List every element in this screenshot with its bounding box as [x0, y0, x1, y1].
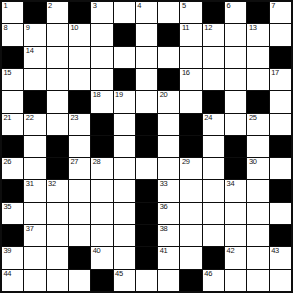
- cell-r5c2[interactable]: [47, 114, 68, 135]
- block-r12c8: [180, 270, 201, 291]
- clue-number-12: 12: [204, 24, 212, 32]
- block-r0c9: [203, 2, 224, 23]
- cell-r12c0[interactable]: 44: [2, 270, 23, 291]
- cell-r0c7[interactable]: [158, 2, 179, 23]
- cell-r4c10[interactable]: [225, 91, 246, 112]
- cell-r10c5[interactable]: [114, 225, 135, 246]
- cell-r3c4[interactable]: [91, 69, 112, 90]
- cell-r12c2[interactable]: [47, 270, 68, 291]
- clue-number-40: 40: [93, 247, 101, 255]
- cell-r7c11[interactable]: 30: [247, 158, 268, 179]
- clue-number-27: 27: [70, 158, 78, 166]
- clue-number-36: 36: [160, 203, 168, 211]
- block-r4c3: [69, 91, 90, 112]
- block-r0c3: [69, 2, 90, 23]
- clue-number-7: 7: [271, 2, 275, 10]
- cell-r4c8[interactable]: [180, 91, 201, 112]
- clue-number-39: 39: [4, 247, 12, 255]
- block-r6c6: [136, 136, 157, 157]
- cell-r2c5[interactable]: [114, 47, 135, 68]
- block-r8c12: [270, 180, 291, 201]
- cell-r0c4[interactable]: 3: [91, 2, 112, 23]
- block-r4c9: [203, 91, 224, 112]
- cell-r1c12[interactable]: [270, 24, 291, 45]
- cell-r7c9[interactable]: [203, 158, 224, 179]
- cell-r11c5[interactable]: [114, 247, 135, 268]
- block-r11c6: [136, 247, 157, 268]
- block-r6c8: [180, 136, 201, 157]
- cell-r4c5[interactable]: 19: [114, 91, 135, 112]
- cell-r2c2[interactable]: [47, 47, 68, 68]
- cell-r8c2[interactable]: 32: [47, 180, 68, 201]
- cell-r4c12[interactable]: [270, 91, 291, 112]
- block-r0c11: [247, 2, 268, 23]
- cell-r9c3[interactable]: [69, 203, 90, 224]
- clue-number-14: 14: [26, 47, 34, 55]
- cell-r11c8[interactable]: [180, 247, 201, 268]
- cell-r3c3[interactable]: [69, 69, 90, 90]
- cell-r3c9[interactable]: [203, 69, 224, 90]
- cell-r1c11[interactable]: 13: [247, 24, 268, 45]
- cell-r10c8[interactable]: [180, 225, 201, 246]
- cell-r1c8[interactable]: 11: [180, 24, 201, 45]
- cell-r0c0[interactable]: 1: [2, 2, 23, 23]
- cell-r6c11[interactable]: [247, 136, 268, 157]
- clue-number-38: 38: [160, 225, 168, 233]
- cell-r12c1[interactable]: [24, 270, 45, 291]
- cell-r1c0[interactable]: 8: [2, 24, 23, 45]
- cell-r3c1[interactable]: [24, 69, 45, 90]
- cell-r9c2[interactable]: [47, 203, 68, 224]
- clue-number-17: 17: [271, 69, 279, 77]
- clue-number-24: 24: [204, 114, 212, 122]
- cell-r11c11[interactable]: [247, 247, 268, 268]
- cell-r8c8[interactable]: [180, 180, 201, 201]
- clue-number-33: 33: [160, 180, 168, 188]
- cell-r7c12[interactable]: [270, 158, 291, 179]
- cell-r2c8[interactable]: [180, 47, 201, 68]
- cell-r11c4[interactable]: 40: [91, 247, 112, 268]
- cell-r7c4[interactable]: 28: [91, 158, 112, 179]
- block-r9c6: [136, 203, 157, 224]
- clue-number-42: 42: [227, 247, 235, 255]
- cell-r8c10[interactable]: 34: [225, 180, 246, 201]
- cell-r9c11[interactable]: [247, 203, 268, 224]
- clue-number-34: 34: [227, 180, 235, 188]
- cell-r2c1[interactable]: 14: [24, 47, 45, 68]
- cell-r2c9[interactable]: [203, 47, 224, 68]
- cell-r11c1[interactable]: [24, 247, 45, 268]
- block-r3c5: [114, 69, 135, 90]
- clue-number-45: 45: [115, 270, 123, 278]
- block-r6c12: [270, 136, 291, 157]
- cell-r10c7[interactable]: 38: [158, 225, 179, 246]
- cell-r1c10[interactable]: [225, 24, 246, 45]
- crossword-puzzle: 1234567891011121314151617181920212223242…: [0, 0, 293, 293]
- cell-r10c2[interactable]: [47, 225, 68, 246]
- cell-r8c4[interactable]: [91, 180, 112, 201]
- clue-number-30: 30: [249, 158, 257, 166]
- block-r2c12: [270, 47, 291, 68]
- clue-number-19: 19: [115, 91, 123, 99]
- clue-number-2: 2: [48, 2, 52, 10]
- cell-r11c10[interactable]: 42: [225, 247, 246, 268]
- cell-r7c7[interactable]: [158, 158, 179, 179]
- cell-r4c4[interactable]: 18: [91, 91, 112, 112]
- clue-number-44: 44: [4, 270, 12, 278]
- cell-r10c11[interactable]: [247, 225, 268, 246]
- cell-r8c9[interactable]: [203, 180, 224, 201]
- clue-number-18: 18: [93, 91, 101, 99]
- clue-number-1: 1: [4, 2, 8, 10]
- cell-r10c1[interactable]: 37: [24, 225, 45, 246]
- cell-r10c3[interactable]: [69, 225, 90, 246]
- block-r6c10: [225, 136, 246, 157]
- cell-r12c9[interactable]: 46: [203, 270, 224, 291]
- cell-r4c7[interactable]: 20: [158, 91, 179, 112]
- clue-number-35: 35: [4, 203, 12, 211]
- cell-r0c10[interactable]: 6: [225, 2, 246, 23]
- clue-number-4: 4: [137, 2, 141, 10]
- cell-r9c10[interactable]: [225, 203, 246, 224]
- clue-number-25: 25: [249, 114, 257, 122]
- block-r8c0: [2, 180, 23, 201]
- block-r4c1: [24, 91, 45, 112]
- cell-r6c5[interactable]: [114, 136, 135, 157]
- clue-number-13: 13: [249, 24, 257, 32]
- cell-r8c3[interactable]: [69, 180, 90, 201]
- cell-r5c9[interactable]: 24: [203, 114, 224, 135]
- block-r6c0: [2, 136, 23, 157]
- clue-number-5: 5: [182, 2, 186, 10]
- cell-r7c6[interactable]: [136, 158, 157, 179]
- cell-r9c12[interactable]: [270, 203, 291, 224]
- cell-r5c3[interactable]: 23: [69, 114, 90, 135]
- cell-r5c7[interactable]: [158, 114, 179, 135]
- cell-r8c7[interactable]: 33: [158, 180, 179, 201]
- cell-r9c5[interactable]: [114, 203, 135, 224]
- clue-number-15: 15: [4, 69, 12, 77]
- clue-number-31: 31: [26, 180, 34, 188]
- cell-r6c1[interactable]: [24, 136, 45, 157]
- cell-r10c4[interactable]: [91, 225, 112, 246]
- cell-r9c8[interactable]: [180, 203, 201, 224]
- cell-r5c10[interactable]: [225, 114, 246, 135]
- cell-r1c2[interactable]: [47, 24, 68, 45]
- clue-number-22: 22: [26, 114, 34, 122]
- clue-number-6: 6: [227, 2, 231, 10]
- cell-r1c3[interactable]: 10: [69, 24, 90, 45]
- clue-number-20: 20: [160, 91, 168, 99]
- cell-r2c10[interactable]: [225, 47, 246, 68]
- block-r6c4: [91, 136, 112, 157]
- cell-r6c3[interactable]: [69, 136, 90, 157]
- cell-r5c12[interactable]: [270, 114, 291, 135]
- clue-number-3: 3: [93, 2, 97, 10]
- cell-r3c11[interactable]: [247, 69, 268, 90]
- block-r10c0: [2, 225, 23, 246]
- clue-number-46: 46: [204, 270, 212, 278]
- cell-r3c2[interactable]: [47, 69, 68, 90]
- cell-r9c7[interactable]: 36: [158, 203, 179, 224]
- cell-r7c3[interactable]: 27: [69, 158, 90, 179]
- cell-r2c6[interactable]: [136, 47, 157, 68]
- clue-number-11: 11: [182, 24, 189, 32]
- block-r4c11: [247, 91, 268, 112]
- block-r8c6: [136, 180, 157, 201]
- block-r7c10: [225, 158, 246, 179]
- cell-r4c6[interactable]: [136, 91, 157, 112]
- cell-r7c1[interactable]: [24, 158, 45, 179]
- cell-r1c4[interactable]: [91, 24, 112, 45]
- cell-r3c8[interactable]: 16: [180, 69, 201, 90]
- clue-number-37: 37: [26, 225, 34, 233]
- cell-r0c8[interactable]: 5: [180, 2, 201, 23]
- cell-r12c5[interactable]: 45: [114, 270, 135, 291]
- cell-r3c12[interactable]: 17: [270, 69, 291, 90]
- clue-number-41: 41: [160, 247, 168, 255]
- cell-r0c5[interactable]: [114, 2, 135, 23]
- cell-r5c1[interactable]: 22: [24, 114, 45, 135]
- cell-r12c12[interactable]: [270, 270, 291, 291]
- cell-r11c12[interactable]: 43: [270, 247, 291, 268]
- block-r11c9: [203, 247, 224, 268]
- cell-r12c7[interactable]: [158, 270, 179, 291]
- cell-r9c4[interactable]: [91, 203, 112, 224]
- block-r11c3: [69, 247, 90, 268]
- block-r6c2: [47, 136, 68, 157]
- cell-r4c0[interactable]: [2, 91, 23, 112]
- cell-r2c11[interactable]: [247, 47, 268, 68]
- block-r7c2: [47, 158, 68, 179]
- clue-number-32: 32: [48, 180, 56, 188]
- cell-r8c1[interactable]: 31: [24, 180, 45, 201]
- cell-r6c9[interactable]: [203, 136, 224, 157]
- clue-number-10: 10: [70, 24, 78, 32]
- clue-number-28: 28: [93, 158, 101, 166]
- block-r2c0: [2, 47, 23, 68]
- cell-r2c4[interactable]: [91, 47, 112, 68]
- cell-r3c0[interactable]: 15: [2, 69, 23, 90]
- cell-r12c11[interactable]: [247, 270, 268, 291]
- cell-r5c11[interactable]: 25: [247, 114, 268, 135]
- block-r5c4: [91, 114, 112, 135]
- cell-r11c2[interactable]: [47, 247, 68, 268]
- crossword-board: 1234567891011121314151617181920212223242…: [0, 0, 293, 293]
- cell-r8c5[interactable]: [114, 180, 135, 201]
- cell-r9c0[interactable]: 35: [2, 203, 23, 224]
- cell-r11c0[interactable]: 39: [2, 247, 23, 268]
- cell-r1c6[interactable]: [136, 24, 157, 45]
- cell-r2c7[interactable]: [158, 47, 179, 68]
- clue-number-29: 29: [182, 158, 190, 166]
- cell-r1c9[interactable]: 12: [203, 24, 224, 45]
- cell-r0c12[interactable]: 7: [270, 2, 291, 23]
- cell-r7c5[interactable]: [114, 158, 135, 179]
- block-r5c6: [136, 114, 157, 135]
- clue-number-9: 9: [26, 24, 30, 32]
- cell-r12c6[interactable]: [136, 270, 157, 291]
- clue-number-8: 8: [4, 24, 8, 32]
- cell-r4c2[interactable]: [47, 91, 68, 112]
- cell-r1c1[interactable]: 9: [24, 24, 45, 45]
- cell-r7c0[interactable]: 26: [2, 158, 23, 179]
- block-r0c1: [24, 2, 45, 23]
- block-r1c7: [158, 24, 179, 45]
- cell-r0c6[interactable]: 4: [136, 2, 157, 23]
- clue-number-26: 26: [4, 158, 12, 166]
- cell-r9c1[interactable]: [24, 203, 45, 224]
- cell-r12c10[interactable]: [225, 270, 246, 291]
- cell-r11c7[interactable]: 41: [158, 247, 179, 268]
- cell-r12c3[interactable]: [69, 270, 90, 291]
- cell-r9c9[interactable]: [203, 203, 224, 224]
- clue-number-16: 16: [182, 69, 190, 77]
- clue-number-21: 21: [4, 114, 12, 122]
- cell-r10c9[interactable]: [203, 225, 224, 246]
- cell-r6c7[interactable]: [158, 136, 179, 157]
- block-r10c6: [136, 225, 157, 246]
- clue-number-43: 43: [271, 247, 279, 255]
- cell-r3c10[interactable]: [225, 69, 246, 90]
- block-r1c5: [114, 24, 135, 45]
- cell-r5c0[interactable]: 21: [2, 114, 23, 135]
- block-r3c7: [158, 69, 179, 90]
- block-r5c8: [180, 114, 201, 135]
- cell-r3c6[interactable]: [136, 69, 157, 90]
- cell-r8c11[interactable]: [247, 180, 268, 201]
- block-r10c12: [270, 225, 291, 246]
- cell-r0c2[interactable]: 2: [47, 2, 68, 23]
- cell-r7c8[interactable]: 29: [180, 158, 201, 179]
- cell-r5c5[interactable]: [114, 114, 135, 135]
- cell-r10c10[interactable]: [225, 225, 246, 246]
- clue-number-23: 23: [70, 114, 78, 122]
- cell-r2c3[interactable]: [69, 47, 90, 68]
- block-r12c4: [91, 270, 112, 291]
